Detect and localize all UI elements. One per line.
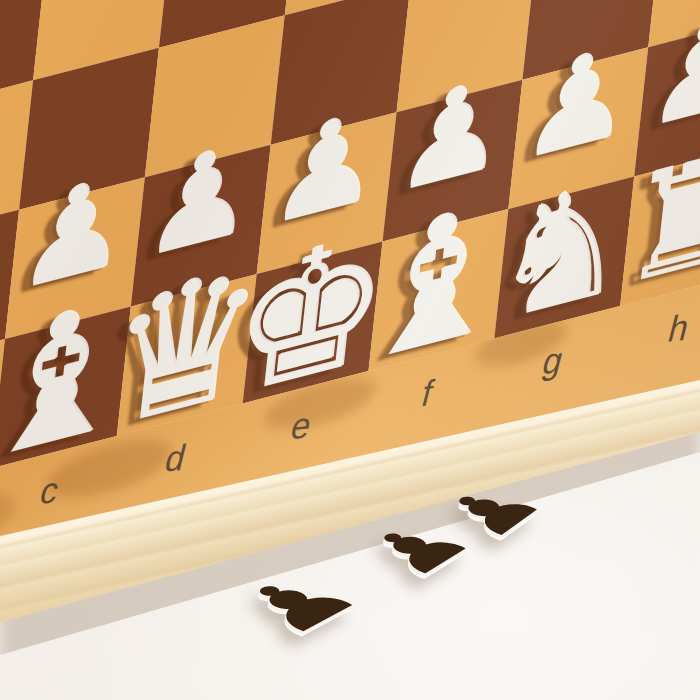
square-h1: ♜ — [620, 144, 700, 306]
file-label-h: h — [664, 306, 694, 351]
file-label-f: f — [417, 372, 437, 416]
chessboard-photo: ♟♟♟♟♟♟♝♛♚♝♞♜ cdefgh ♟ ♟ ♟ — [0, 0, 700, 700]
